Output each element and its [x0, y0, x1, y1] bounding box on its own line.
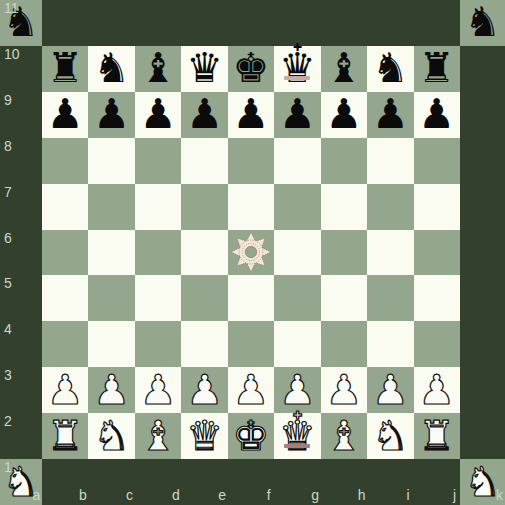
square-i5[interactable]	[367, 275, 413, 321]
square-h3[interactable]: ♟	[321, 367, 367, 413]
square-b9[interactable]: ♟	[42, 92, 88, 138]
square-c2[interactable]: ♞	[88, 413, 134, 459]
square-j3[interactable]: ♟	[414, 367, 460, 413]
border-cell	[460, 275, 505, 321]
square-i8[interactable]	[367, 138, 413, 184]
white-pawn[interactable]: ♟	[47, 368, 84, 413]
square-i6[interactable]	[367, 230, 413, 276]
black-pawn[interactable]: ♟	[233, 92, 270, 137]
square-d5[interactable]	[135, 275, 181, 321]
white-pawn[interactable]: ♟	[279, 368, 316, 413]
square-c8[interactable]	[88, 138, 134, 184]
square-h5[interactable]	[321, 275, 367, 321]
square-h9[interactable]: ♟	[321, 92, 367, 138]
file-label-f: f	[267, 488, 271, 503]
prince-cross-icon: ✚	[293, 42, 302, 53]
square-d8[interactable]	[135, 138, 181, 184]
border-cell	[181, 0, 227, 46]
border-cell	[414, 0, 460, 46]
square-h6[interactable]	[321, 230, 367, 276]
square-h10[interactable]: ♝	[321, 46, 367, 92]
white-pawn[interactable]: ♟	[93, 368, 130, 413]
border-cell	[460, 184, 505, 230]
square-j5[interactable]	[414, 275, 460, 321]
border-cell	[460, 230, 505, 276]
square-d9[interactable]: ♟	[135, 92, 181, 138]
white-king[interactable]: ♚	[233, 414, 270, 459]
square-k11[interactable]: ♞	[460, 0, 505, 46]
square-i10[interactable]: ♞	[367, 46, 413, 92]
black-pawn[interactable]: ♟	[47, 92, 84, 137]
black-pawn[interactable]: ♟	[186, 92, 223, 137]
white-pawn[interactable]: ♟	[418, 368, 455, 413]
file-label-c: c	[126, 488, 133, 503]
square-g5[interactable]	[274, 275, 320, 321]
black-rook[interactable]: ♜	[47, 46, 84, 91]
square-e10[interactable]: ♛	[181, 46, 227, 92]
file-label-d: d	[172, 488, 180, 503]
black-queen[interactable]: ♛	[186, 46, 223, 91]
square-e9[interactable]: ♟	[181, 92, 227, 138]
square-b3[interactable]: ♟	[42, 367, 88, 413]
white-pawn[interactable]: ♟	[233, 368, 270, 413]
black-knight[interactable]: ♞	[372, 46, 409, 91]
square-c7[interactable]	[88, 184, 134, 230]
square-g2[interactable]: ♛✚	[274, 413, 320, 459]
file-label-i: i	[406, 488, 409, 503]
rank-label-11: 11	[4, 1, 19, 16]
square-e5[interactable]	[181, 275, 227, 321]
square-i4[interactable]	[367, 321, 413, 367]
square-c5[interactable]	[88, 275, 134, 321]
square-c6[interactable]	[88, 230, 134, 276]
square-d6[interactable]	[135, 230, 181, 276]
black-pawn[interactable]: ♟	[418, 92, 455, 137]
square-f5[interactable]	[228, 275, 274, 321]
board-grid: ♞♞♜♞♝♛♚♛✚♝♞♜♟♟♟♟♟♟♟♟♟ ♟♟♟♟♟♟♟♟♟♜♞♝♛♚♛✚♝♞…	[0, 0, 505, 505]
square-g6[interactable]	[274, 230, 320, 276]
square-b7[interactable]	[42, 184, 88, 230]
square-f4[interactable]	[228, 321, 274, 367]
square-e2[interactable]: ♛	[181, 413, 227, 459]
square-e4[interactable]	[181, 321, 227, 367]
file-label-k: k	[496, 488, 503, 503]
square-f8[interactable]	[228, 138, 274, 184]
black-bishop[interactable]: ♝	[325, 46, 362, 91]
rank-label-3: 3	[4, 368, 12, 383]
black-pawn[interactable]: ♟	[93, 92, 130, 137]
rank-label-6: 6	[4, 231, 12, 246]
white-knight[interactable]: ♞	[93, 414, 130, 459]
square-i7[interactable]	[367, 184, 413, 230]
square-b8[interactable]	[42, 138, 88, 184]
rank-label-2: 2	[4, 414, 12, 429]
square-f9[interactable]: ♟	[228, 92, 274, 138]
black-pawn[interactable]: ♟	[372, 92, 409, 137]
chessboard: ♞♞♜♞♝♛♚♛✚♝♞♜♟♟♟♟♟♟♟♟♟ ♟♟♟♟♟♟♟♟♟♜♞♝♛♚♛✚♝♞…	[0, 0, 505, 505]
square-j10[interactable]: ♜	[414, 46, 460, 92]
square-d7[interactable]	[135, 184, 181, 230]
square-i2[interactable]: ♞	[367, 413, 413, 459]
square-h7[interactable]	[321, 184, 367, 230]
white-pawn[interactable]: ♟	[140, 368, 177, 413]
rank-label-5: 5	[4, 276, 12, 291]
square-e7[interactable]	[181, 184, 227, 230]
file-label-a: a	[33, 488, 41, 503]
border-cell	[135, 0, 181, 46]
square-g4[interactable]	[274, 321, 320, 367]
rank-label-7: 7	[4, 185, 12, 200]
rank-label-4: 4	[4, 322, 12, 337]
black-king[interactable]: ♚	[233, 46, 270, 91]
border-cell	[460, 321, 505, 367]
white-knight[interactable]: ♞	[372, 414, 409, 459]
square-g7[interactable]	[274, 184, 320, 230]
square-b6[interactable]	[42, 230, 88, 276]
square-c9[interactable]: ♟	[88, 92, 134, 138]
center-rosette-icon	[230, 231, 272, 273]
square-c10[interactable]: ♞	[88, 46, 134, 92]
border-cell	[460, 92, 505, 138]
square-f6[interactable]	[228, 230, 274, 276]
file-label-b: b	[79, 488, 87, 503]
square-c3[interactable]: ♟	[88, 367, 134, 413]
black-rook[interactable]: ♜	[418, 46, 455, 91]
border-cell	[42, 0, 88, 46]
black-pawn[interactable]: ♟	[140, 92, 177, 137]
border-cell	[460, 367, 505, 413]
white-queen[interactable]: ♛	[186, 414, 223, 459]
white-rook[interactable]: ♜	[47, 414, 84, 459]
square-f2[interactable]: ♚	[228, 413, 274, 459]
square-g10[interactable]: ♛✚	[274, 46, 320, 92]
square-e3[interactable]: ♟	[181, 367, 227, 413]
white-bishop[interactable]: ♝	[140, 414, 177, 459]
black-pawn[interactable]: ♟	[325, 92, 362, 137]
black-prince[interactable]: ♛✚	[279, 46, 316, 91]
square-c4[interactable]	[88, 321, 134, 367]
square-j4[interactable]	[414, 321, 460, 367]
rank-label-8: 8	[4, 139, 12, 154]
square-b5[interactable]	[42, 275, 88, 321]
square-j6[interactable]	[414, 230, 460, 276]
square-h4[interactable]	[321, 321, 367, 367]
square-e6[interactable]	[181, 230, 227, 276]
file-label-g: g	[311, 488, 319, 503]
square-g8[interactable]	[274, 138, 320, 184]
rank-label-10: 10	[4, 47, 20, 62]
border-cell	[460, 46, 505, 92]
border-cell	[228, 0, 274, 46]
white-rook[interactable]: ♜	[418, 414, 455, 459]
square-b10[interactable]: ♜	[42, 46, 88, 92]
file-label-j: j	[453, 488, 456, 503]
black-knight[interactable]: ♞	[464, 0, 501, 45]
border-cell	[274, 0, 320, 46]
black-pawn[interactable]: ♟	[279, 92, 316, 137]
white-pawn[interactable]: ♟	[325, 368, 362, 413]
black-bishop[interactable]: ♝	[140, 46, 177, 91]
square-b2[interactable]: ♜	[42, 413, 88, 459]
square-i9[interactable]: ♟	[367, 92, 413, 138]
border-cell	[88, 0, 134, 46]
file-label-e: e	[218, 488, 226, 503]
square-g9[interactable]: ♟	[274, 92, 320, 138]
white-pawn[interactable]: ♟	[186, 368, 223, 413]
square-b4[interactable]	[42, 321, 88, 367]
square-g3[interactable]: ♟	[274, 367, 320, 413]
square-d4[interactable]	[135, 321, 181, 367]
square-j9[interactable]: ♟	[414, 92, 460, 138]
white-pawn[interactable]: ♟	[372, 368, 409, 413]
rank-label-1: 1	[4, 460, 12, 475]
square-j8[interactable]	[414, 138, 460, 184]
prince-band	[284, 444, 310, 448]
white-prince[interactable]: ♛✚	[279, 414, 316, 459]
file-label-h: h	[358, 488, 366, 503]
border-cell	[321, 0, 367, 46]
prince-band	[284, 76, 310, 80]
square-f10[interactable]: ♚	[228, 46, 274, 92]
rank-label-9: 9	[4, 93, 12, 108]
square-j7[interactable]	[414, 184, 460, 230]
square-d3[interactable]: ♟	[135, 367, 181, 413]
black-knight[interactable]: ♞	[93, 46, 130, 91]
square-h2[interactable]: ♝	[321, 413, 367, 459]
square-f7[interactable]	[228, 184, 274, 230]
square-d2[interactable]: ♝	[135, 413, 181, 459]
square-d10[interactable]: ♝	[135, 46, 181, 92]
square-i3[interactable]: ♟	[367, 367, 413, 413]
border-cell	[460, 413, 505, 459]
square-j2[interactable]: ♜	[414, 413, 460, 459]
square-f3[interactable]: ♟	[228, 367, 274, 413]
border-cell	[367, 0, 413, 46]
square-h8[interactable]	[321, 138, 367, 184]
prince-cross-icon: ✚	[293, 410, 302, 421]
white-bishop[interactable]: ♝	[325, 414, 362, 459]
border-cell	[460, 138, 505, 184]
square-e8[interactable]	[181, 138, 227, 184]
